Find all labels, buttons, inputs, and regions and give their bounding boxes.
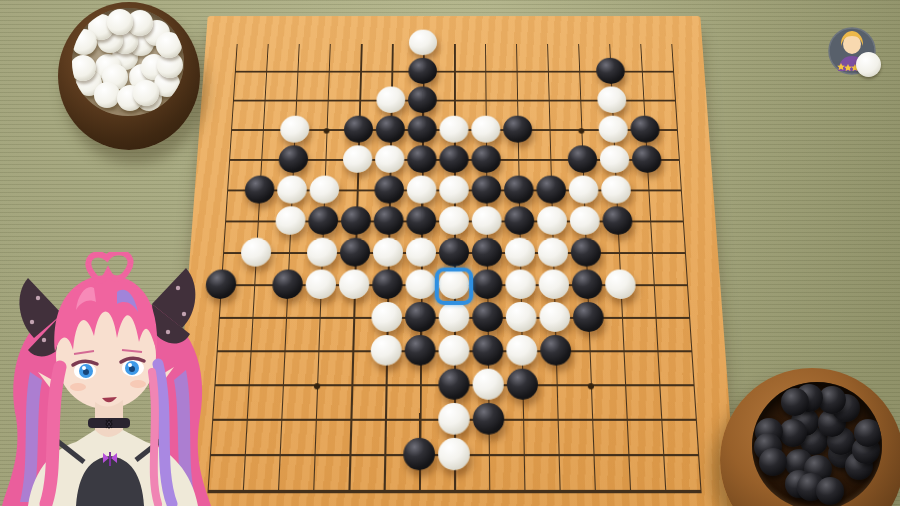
stone-black — [507, 369, 539, 400]
stone-white — [506, 302, 537, 332]
stone-white — [473, 369, 504, 400]
stone-white — [309, 176, 339, 204]
stone-white — [277, 176, 308, 204]
board-grid[interactable] — [207, 44, 701, 493]
stone-black — [376, 116, 405, 143]
stone-black — [374, 176, 404, 204]
stone-white — [305, 270, 336, 299]
stone-white — [339, 270, 370, 299]
stone-black — [472, 270, 503, 299]
white-stone-bowl — [58, 2, 200, 150]
stone-white — [439, 206, 469, 234]
stone-white — [439, 176, 469, 204]
stone-black — [439, 145, 468, 172]
stone-white — [537, 206, 568, 234]
stone-white — [598, 116, 628, 143]
stone-white — [471, 116, 500, 143]
stone-black — [572, 270, 603, 299]
stone-white — [438, 403, 470, 435]
stone-black — [573, 302, 605, 332]
stone-black — [472, 302, 503, 332]
stone-white — [409, 30, 437, 56]
last-move-cursor — [435, 268, 474, 305]
white-bowl-opening — [72, 8, 184, 116]
stone-black — [540, 335, 572, 366]
stone-white — [343, 145, 373, 172]
stone-black — [308, 206, 339, 234]
stone-white — [438, 438, 470, 470]
stone-white — [373, 238, 404, 267]
stone-black — [404, 335, 435, 366]
stone-black — [471, 145, 500, 172]
stone-white — [605, 270, 637, 299]
stone-white — [406, 238, 436, 267]
stone-black — [407, 145, 436, 172]
stone-white — [538, 270, 569, 299]
stone-black — [340, 238, 371, 267]
stone-white — [505, 238, 536, 267]
stone-white — [407, 176, 437, 204]
stone-black — [244, 176, 275, 204]
bowl-stone-black — [816, 477, 844, 505]
stone-white — [599, 145, 629, 172]
stone-black — [408, 87, 437, 114]
stone-white — [280, 116, 310, 143]
stone-black — [438, 369, 469, 400]
stone-white — [569, 206, 600, 234]
stone-black — [630, 116, 660, 143]
stone-black — [403, 438, 435, 470]
stone-black — [439, 238, 469, 267]
stone-white — [375, 145, 405, 172]
stone-white — [597, 87, 627, 114]
bowl-stone-white — [156, 32, 182, 58]
stone-black — [602, 206, 633, 234]
hair-bow-right — [152, 268, 195, 344]
stone-white — [568, 176, 598, 204]
stone-white — [370, 335, 401, 366]
star-point — [588, 383, 594, 389]
stone-white — [505, 270, 536, 299]
stone-white — [439, 335, 470, 366]
bowl-stone-white — [72, 29, 97, 55]
stone-black — [473, 403, 505, 435]
stone-black — [278, 145, 308, 172]
stone-black — [472, 335, 503, 366]
stone-white — [376, 87, 405, 114]
stone-black — [272, 270, 304, 299]
stone-white — [472, 206, 502, 234]
stone-black — [344, 116, 374, 143]
stone-black — [472, 176, 502, 204]
stone-white — [439, 116, 468, 143]
black-stone-bowl — [720, 368, 900, 506]
stone-white — [439, 302, 470, 332]
star-point — [324, 128, 330, 133]
star-point — [578, 128, 584, 133]
stone-white — [405, 270, 436, 299]
bowl-stone-white — [107, 9, 133, 35]
stone-white — [306, 238, 337, 267]
stone-white — [538, 238, 569, 267]
stone-black — [408, 58, 437, 84]
stone-black — [408, 116, 437, 143]
stone-black — [567, 145, 597, 172]
vtuber-character-overlay — [0, 252, 215, 506]
stone-white — [506, 335, 537, 366]
stone-white — [240, 238, 272, 267]
stone-black — [406, 206, 436, 234]
bowl-stone-black — [854, 419, 882, 447]
black-bowl-opening — [752, 382, 882, 506]
go-board — [170, 16, 739, 506]
stone-black — [373, 206, 403, 234]
stone-black — [372, 270, 403, 299]
stone-black — [503, 116, 532, 143]
stone-black — [341, 206, 372, 234]
stone-black — [631, 145, 662, 172]
stone-black — [504, 206, 534, 234]
tatami-background: { "game": "Gomoku / Renju (five-in-a-row… — [0, 0, 900, 506]
bowl-stone-white — [133, 80, 159, 106]
stone-white — [601, 176, 632, 204]
bowl-stone-black — [759, 448, 787, 476]
opponent-white-stone-indicator — [856, 52, 881, 77]
stone-black — [472, 238, 502, 267]
stone-black — [536, 176, 566, 204]
star-point — [314, 383, 320, 389]
stone-white — [539, 302, 570, 332]
stone-black — [570, 238, 601, 267]
ahoge — [88, 252, 130, 281]
stone-black — [504, 176, 534, 204]
bowl-stone-black — [781, 388, 809, 416]
stone-white — [371, 302, 402, 332]
stone-black — [596, 58, 626, 84]
stone-black — [405, 302, 436, 332]
stone-white — [275, 206, 306, 234]
